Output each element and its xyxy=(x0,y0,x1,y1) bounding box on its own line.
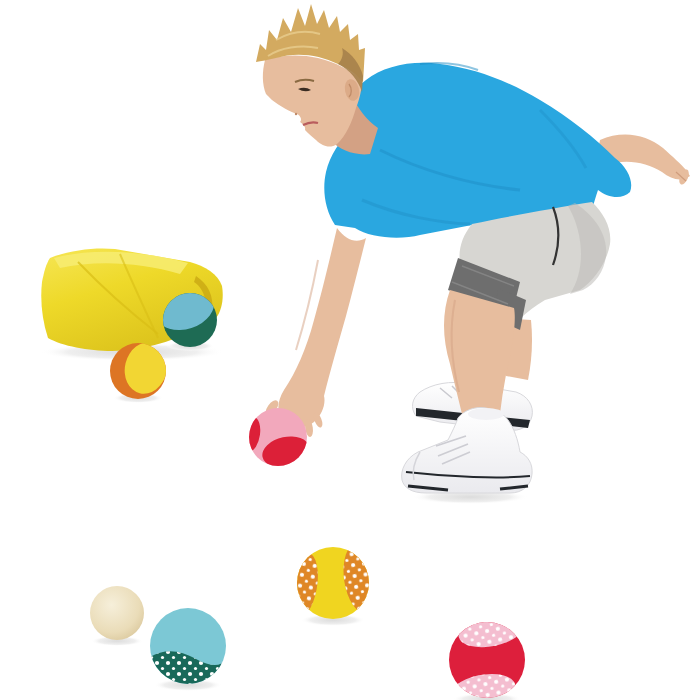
head xyxy=(256,4,365,147)
nostril xyxy=(295,113,297,115)
child-figure xyxy=(256,4,691,493)
ball-red-polka xyxy=(445,607,528,700)
photo-canvas xyxy=(0,0,700,700)
product-photo xyxy=(0,0,700,700)
ball-base xyxy=(90,586,144,640)
ball-teal-polka xyxy=(148,608,228,686)
ball-cream xyxy=(90,586,144,640)
ball-yellow-orange xyxy=(281,540,385,622)
shoe-collar xyxy=(468,408,504,420)
left-arm-shape xyxy=(278,228,366,427)
